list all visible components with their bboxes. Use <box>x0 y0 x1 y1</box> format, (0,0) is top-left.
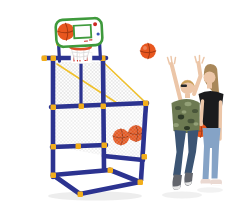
boy-neck <box>185 94 190 99</box>
boy-right-hand <box>168 57 176 65</box>
girl-jeans <box>203 128 221 180</box>
girl-left-arm <box>220 102 221 139</box>
boy-glasses <box>181 85 187 87</box>
backboard-target <box>74 25 92 38</box>
boy-left-arm <box>194 63 201 94</box>
girl-neck <box>207 83 212 89</box>
boy <box>168 56 205 191</box>
product-photo <box>40 16 230 206</box>
arcade-unit <box>42 18 149 197</box>
flying-ball <box>140 43 156 59</box>
boy-jeans <box>173 130 199 176</box>
scene-canvas <box>40 16 230 206</box>
girl-shoes <box>201 179 223 185</box>
net-chute <box>55 62 146 105</box>
base-frame <box>53 170 140 194</box>
boy-shirt <box>172 99 200 133</box>
girl-right-arm <box>201 101 203 123</box>
girl-face <box>204 72 216 84</box>
boy-right-arm <box>172 64 181 100</box>
right-post <box>103 60 104 170</box>
ball-tray <box>53 104 146 162</box>
boy-shoes <box>172 173 193 191</box>
boy-left-hand <box>195 56 204 64</box>
